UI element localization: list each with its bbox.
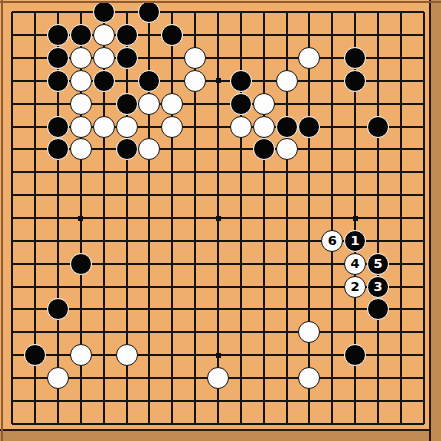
intersection[interactable] [367,367,390,390]
intersection[interactable] [207,344,230,367]
intersection[interactable] [24,70,47,93]
intersection[interactable] [344,207,367,230]
intersection[interactable] [70,184,93,207]
intersection[interactable] [24,389,47,412]
intersection[interactable] [70,24,93,47]
intersection[interactable] [207,412,230,435]
intersection[interactable] [252,24,275,47]
intersection[interactable] [367,389,390,412]
intersection[interactable] [252,321,275,344]
intersection[interactable] [207,184,230,207]
intersection[interactable] [412,389,435,412]
intersection[interactable] [367,344,390,367]
intersection[interactable] [207,1,230,24]
intersection[interactable] [161,412,184,435]
intersection[interactable] [92,1,115,24]
intersection[interactable] [24,184,47,207]
intersection[interactable] [24,229,47,252]
intersection[interactable] [47,321,70,344]
intersection[interactable] [92,24,115,47]
intersection[interactable] [321,321,344,344]
intersection[interactable] [161,70,184,93]
intersection[interactable] [229,298,252,321]
intersection[interactable] [115,412,138,435]
intersection[interactable] [24,252,47,275]
intersection[interactable] [298,412,321,435]
intersection[interactable] [70,389,93,412]
intersection[interactable] [229,229,252,252]
intersection[interactable] [367,1,390,24]
intersection[interactable] [389,70,412,93]
intersection[interactable] [275,321,298,344]
intersection[interactable] [70,138,93,161]
intersection[interactable] [92,184,115,207]
intersection[interactable] [298,115,321,138]
intersection[interactable] [207,367,230,390]
intersection[interactable] [412,70,435,93]
intersection[interactable] [138,1,161,24]
intersection[interactable] [1,252,24,275]
intersection[interactable] [1,321,24,344]
intersection[interactable] [24,207,47,230]
intersection[interactable] [367,298,390,321]
intersection[interactable] [184,207,207,230]
intersection[interactable] [412,1,435,24]
intersection[interactable] [184,321,207,344]
intersection[interactable] [344,344,367,367]
intersection[interactable] [92,344,115,367]
intersection[interactable] [115,229,138,252]
intersection[interactable]: 4 [344,252,367,275]
intersection[interactable] [275,252,298,275]
intersection[interactable] [252,207,275,230]
intersection[interactable] [47,298,70,321]
intersection[interactable] [298,47,321,70]
intersection[interactable] [1,47,24,70]
intersection[interactable] [138,252,161,275]
intersection[interactable] [47,207,70,230]
intersection[interactable] [92,275,115,298]
intersection[interactable] [298,367,321,390]
intersection[interactable] [275,47,298,70]
intersection[interactable] [321,298,344,321]
intersection[interactable] [138,367,161,390]
intersection[interactable] [321,184,344,207]
intersection[interactable] [161,47,184,70]
intersection[interactable] [92,92,115,115]
intersection[interactable] [275,207,298,230]
intersection[interactable] [184,70,207,93]
intersection[interactable] [229,321,252,344]
intersection[interactable] [1,412,24,435]
intersection[interactable] [115,275,138,298]
intersection[interactable] [367,24,390,47]
intersection[interactable] [321,389,344,412]
intersection[interactable] [367,161,390,184]
intersection[interactable] [344,298,367,321]
intersection[interactable] [252,115,275,138]
intersection[interactable] [138,321,161,344]
intersection[interactable] [229,138,252,161]
intersection[interactable] [70,367,93,390]
intersection[interactable] [115,389,138,412]
intersection[interactable] [367,115,390,138]
intersection[interactable] [389,161,412,184]
intersection[interactable] [321,47,344,70]
intersection[interactable] [1,24,24,47]
intersection[interactable] [252,1,275,24]
intersection[interactable] [47,138,70,161]
intersection[interactable] [321,344,344,367]
intersection[interactable] [115,115,138,138]
intersection[interactable] [207,252,230,275]
intersection[interactable] [184,161,207,184]
intersection[interactable] [412,161,435,184]
intersection[interactable] [47,92,70,115]
intersection[interactable] [298,184,321,207]
intersection[interactable] [92,138,115,161]
intersection[interactable] [70,275,93,298]
intersection[interactable] [161,115,184,138]
intersection[interactable] [229,389,252,412]
intersection[interactable] [298,275,321,298]
intersection[interactable] [24,161,47,184]
intersection[interactable] [229,161,252,184]
intersection[interactable] [184,252,207,275]
intersection[interactable] [161,367,184,390]
intersection[interactable] [389,298,412,321]
intersection[interactable] [412,47,435,70]
intersection[interactable] [321,207,344,230]
intersection[interactable] [412,412,435,435]
intersection[interactable] [207,24,230,47]
intersection[interactable] [367,207,390,230]
intersection[interactable] [389,24,412,47]
intersection[interactable] [161,1,184,24]
intersection[interactable] [367,92,390,115]
intersection[interactable] [92,298,115,321]
intersection[interactable] [47,47,70,70]
intersection[interactable] [1,298,24,321]
intersection[interactable] [389,184,412,207]
intersection[interactable] [47,115,70,138]
intersection[interactable] [24,344,47,367]
intersection[interactable] [24,367,47,390]
intersection[interactable] [321,92,344,115]
intersection[interactable] [24,1,47,24]
intersection[interactable] [412,115,435,138]
intersection[interactable] [207,161,230,184]
intersection[interactable] [70,298,93,321]
intersection[interactable] [207,92,230,115]
intersection[interactable] [92,161,115,184]
intersection[interactable] [275,275,298,298]
intersection[interactable] [275,344,298,367]
intersection[interactable] [47,24,70,47]
intersection[interactable] [24,298,47,321]
intersection[interactable] [161,252,184,275]
intersection[interactable] [298,161,321,184]
intersection[interactable] [344,70,367,93]
intersection[interactable] [275,92,298,115]
intersection[interactable] [389,321,412,344]
intersection[interactable] [115,367,138,390]
intersection[interactable] [115,47,138,70]
intersection[interactable] [389,1,412,24]
intersection[interactable] [321,161,344,184]
intersection[interactable] [275,298,298,321]
intersection[interactable] [275,115,298,138]
intersection[interactable] [184,229,207,252]
intersection[interactable] [92,47,115,70]
intersection[interactable] [184,138,207,161]
intersection[interactable] [161,389,184,412]
intersection[interactable] [412,24,435,47]
intersection[interactable] [367,47,390,70]
intersection[interactable] [321,115,344,138]
intersection[interactable] [184,412,207,435]
intersection[interactable] [161,229,184,252]
intersection[interactable] [115,92,138,115]
intersection[interactable]: 3 [367,275,390,298]
intersection[interactable] [298,92,321,115]
intersection[interactable]: 2 [344,275,367,298]
intersection[interactable] [412,252,435,275]
intersection[interactable] [115,321,138,344]
intersection[interactable] [184,115,207,138]
intersection[interactable] [275,138,298,161]
intersection[interactable] [70,161,93,184]
intersection[interactable] [229,344,252,367]
intersection[interactable] [252,367,275,390]
intersection[interactable] [344,161,367,184]
intersection[interactable] [115,344,138,367]
intersection[interactable] [298,344,321,367]
intersection[interactable] [138,115,161,138]
intersection[interactable] [207,207,230,230]
intersection[interactable] [229,24,252,47]
intersection[interactable] [207,47,230,70]
intersection[interactable] [389,367,412,390]
intersection[interactable] [367,412,390,435]
intersection[interactable] [252,70,275,93]
intersection[interactable] [275,412,298,435]
intersection[interactable] [47,275,70,298]
intersection[interactable] [344,321,367,344]
intersection[interactable] [1,184,24,207]
intersection[interactable] [367,321,390,344]
intersection[interactable] [229,207,252,230]
intersection[interactable] [138,298,161,321]
intersection[interactable] [252,161,275,184]
intersection[interactable] [138,229,161,252]
intersection[interactable] [207,321,230,344]
intersection[interactable] [275,367,298,390]
intersection[interactable] [115,70,138,93]
intersection[interactable] [138,389,161,412]
intersection[interactable] [161,92,184,115]
intersection[interactable] [298,298,321,321]
intersection[interactable] [115,161,138,184]
intersection[interactable] [389,207,412,230]
intersection[interactable] [252,275,275,298]
intersection[interactable] [412,298,435,321]
intersection[interactable] [275,70,298,93]
intersection[interactable] [161,275,184,298]
intersection[interactable] [229,275,252,298]
intersection[interactable] [275,24,298,47]
intersection[interactable] [321,252,344,275]
intersection[interactable] [412,138,435,161]
intersection[interactable] [70,229,93,252]
intersection[interactable] [47,252,70,275]
intersection[interactable] [184,344,207,367]
intersection[interactable] [1,161,24,184]
intersection[interactable] [389,252,412,275]
intersection[interactable] [161,207,184,230]
intersection[interactable] [207,275,230,298]
intersection[interactable] [207,115,230,138]
intersection[interactable] [1,207,24,230]
intersection[interactable] [92,321,115,344]
intersection[interactable] [252,298,275,321]
intersection[interactable] [412,184,435,207]
intersection[interactable] [47,412,70,435]
intersection[interactable] [1,92,24,115]
intersection[interactable] [298,229,321,252]
intersection[interactable] [184,389,207,412]
intersection[interactable] [389,344,412,367]
intersection[interactable] [70,252,93,275]
intersection[interactable] [344,367,367,390]
intersection[interactable] [138,275,161,298]
intersection[interactable] [367,138,390,161]
intersection[interactable] [184,298,207,321]
intersection[interactable] [321,70,344,93]
intersection[interactable] [92,389,115,412]
intersection[interactable] [412,321,435,344]
intersection[interactable] [275,161,298,184]
intersection[interactable] [92,207,115,230]
intersection[interactable] [47,70,70,93]
intersection[interactable] [389,275,412,298]
intersection[interactable] [344,412,367,435]
intersection[interactable] [207,389,230,412]
intersection[interactable] [412,207,435,230]
intersection[interactable] [70,321,93,344]
intersection[interactable] [161,321,184,344]
intersection[interactable] [207,229,230,252]
intersection[interactable] [1,367,24,390]
intersection[interactable] [298,70,321,93]
intersection[interactable] [344,389,367,412]
intersection[interactable] [207,70,230,93]
intersection[interactable] [92,229,115,252]
intersection[interactable] [184,275,207,298]
intersection[interactable] [252,138,275,161]
intersection[interactable] [24,138,47,161]
intersection[interactable] [47,1,70,24]
intersection[interactable] [115,252,138,275]
intersection[interactable] [161,161,184,184]
intersection[interactable] [252,184,275,207]
intersection[interactable] [207,298,230,321]
intersection[interactable] [70,1,93,24]
intersection[interactable] [92,412,115,435]
intersection[interactable] [138,24,161,47]
intersection[interactable] [321,138,344,161]
intersection[interactable] [1,229,24,252]
intersection[interactable] [115,298,138,321]
intersection[interactable] [344,47,367,70]
intersection[interactable] [229,184,252,207]
intersection[interactable] [252,412,275,435]
intersection[interactable] [389,115,412,138]
intersection[interactable] [252,389,275,412]
intersection[interactable] [161,24,184,47]
intersection[interactable] [412,275,435,298]
intersection[interactable] [252,229,275,252]
intersection[interactable] [389,412,412,435]
intersection[interactable] [161,298,184,321]
intersection[interactable] [412,92,435,115]
intersection[interactable] [229,412,252,435]
intersection[interactable] [184,184,207,207]
intersection[interactable] [344,92,367,115]
intersection[interactable] [321,412,344,435]
intersection[interactable] [138,70,161,93]
intersection[interactable] [138,412,161,435]
intersection[interactable] [24,92,47,115]
intersection[interactable] [184,92,207,115]
intersection[interactable] [24,47,47,70]
intersection[interactable] [161,184,184,207]
intersection[interactable] [252,344,275,367]
intersection[interactable] [138,207,161,230]
intersection[interactable] [115,24,138,47]
intersection[interactable] [321,1,344,24]
intersection[interactable] [115,138,138,161]
intersection[interactable] [47,367,70,390]
intersection[interactable] [252,47,275,70]
intersection[interactable] [70,207,93,230]
intersection[interactable] [229,367,252,390]
intersection[interactable] [298,321,321,344]
intersection[interactable] [367,229,390,252]
intersection[interactable] [275,184,298,207]
intersection[interactable] [161,138,184,161]
intersection[interactable] [412,344,435,367]
intersection[interactable] [229,1,252,24]
intersection[interactable] [298,207,321,230]
intersection[interactable] [47,184,70,207]
intersection[interactable]: 1 [344,229,367,252]
intersection[interactable] [138,47,161,70]
intersection[interactable] [1,70,24,93]
intersection[interactable] [138,344,161,367]
intersection[interactable] [321,367,344,390]
intersection[interactable] [389,229,412,252]
intersection[interactable] [24,321,47,344]
intersection[interactable] [70,412,93,435]
intersection[interactable] [344,138,367,161]
intersection[interactable] [389,47,412,70]
intersection[interactable] [24,24,47,47]
intersection[interactable] [298,252,321,275]
intersection[interactable] [1,275,24,298]
intersection[interactable] [344,24,367,47]
intersection[interactable] [92,115,115,138]
